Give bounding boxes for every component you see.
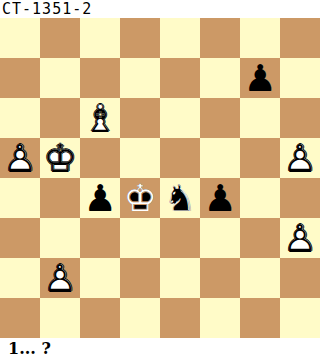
square-d3[interactable] (120, 218, 160, 258)
white-pawn-fill: ♟ (0, 138, 40, 178)
black-knight-outline: ♘ (160, 178, 200, 218)
black-pawn-icon: ♟ (240, 58, 280, 98)
square-e8[interactable] (160, 18, 200, 58)
square-e7[interactable] (160, 58, 200, 98)
square-c2[interactable] (80, 258, 120, 298)
square-b6[interactable] (40, 98, 80, 138)
square-h8[interactable] (280, 18, 320, 58)
white-king-outline: ♔ (40, 138, 80, 178)
black-pawn-fill: ♟ (200, 178, 240, 218)
black-pawn-fill: ♟ (80, 178, 120, 218)
square-f7[interactable] (200, 58, 240, 98)
square-h1[interactable] (280, 298, 320, 338)
chess-board: ♟♝♗♟♙♚♔♟♙♟♚♔♞♘♟♟♙♟♙ (0, 18, 320, 338)
square-e5[interactable] (160, 138, 200, 178)
black-knight-fill: ♞ (160, 178, 200, 218)
square-c1[interactable] (80, 298, 120, 338)
square-g3[interactable] (240, 218, 280, 258)
square-f4[interactable]: ♟ (200, 178, 240, 218)
square-h6[interactable] (280, 98, 320, 138)
square-e1[interactable] (160, 298, 200, 338)
square-g4[interactable] (240, 178, 280, 218)
white-pawn-fill: ♟ (40, 258, 80, 298)
square-d5[interactable] (120, 138, 160, 178)
square-c3[interactable] (80, 218, 120, 258)
square-e4[interactable]: ♞♘ (160, 178, 200, 218)
square-g5[interactable] (240, 138, 280, 178)
white-bishop-outline: ♗ (80, 98, 120, 138)
white-pawn-icon: ♟♙ (280, 218, 320, 258)
square-h2[interactable] (280, 258, 320, 298)
square-a8[interactable] (0, 18, 40, 58)
square-c4[interactable]: ♟ (80, 178, 120, 218)
square-b2[interactable]: ♟♙ (40, 258, 80, 298)
square-b3[interactable] (40, 218, 80, 258)
square-f8[interactable] (200, 18, 240, 58)
black-king-fill: ♚ (120, 178, 160, 218)
white-pawn-fill: ♟ (280, 218, 320, 258)
square-f5[interactable] (200, 138, 240, 178)
black-pawn-fill: ♟ (240, 58, 280, 98)
square-f1[interactable] (200, 298, 240, 338)
white-king-icon: ♚♔ (40, 138, 80, 178)
square-e3[interactable] (160, 218, 200, 258)
square-b4[interactable] (40, 178, 80, 218)
black-pawn-icon: ♟ (200, 178, 240, 218)
square-a3[interactable] (0, 218, 40, 258)
black-knight-icon: ♞♘ (160, 178, 200, 218)
black-king-outline: ♔ (120, 178, 160, 218)
white-pawn-outline: ♙ (280, 138, 320, 178)
square-g1[interactable] (240, 298, 280, 338)
move-prompt: 1... ? (0, 338, 320, 360)
white-pawn-icon: ♟♙ (0, 138, 40, 178)
square-d4[interactable]: ♚♔ (120, 178, 160, 218)
square-c8[interactable] (80, 18, 120, 58)
square-h7[interactable] (280, 58, 320, 98)
white-pawn-fill: ♟ (280, 138, 320, 178)
square-d1[interactable] (120, 298, 160, 338)
square-d2[interactable] (120, 258, 160, 298)
square-h4[interactable] (280, 178, 320, 218)
square-d7[interactable] (120, 58, 160, 98)
square-g6[interactable] (240, 98, 280, 138)
square-a7[interactable] (0, 58, 40, 98)
white-pawn-outline: ♙ (280, 218, 320, 258)
square-e6[interactable] (160, 98, 200, 138)
square-a2[interactable] (0, 258, 40, 298)
white-bishop-fill: ♝ (80, 98, 120, 138)
white-king-fill: ♚ (40, 138, 80, 178)
square-a4[interactable] (0, 178, 40, 218)
square-c7[interactable] (80, 58, 120, 98)
black-pawn-icon: ♟ (80, 178, 120, 218)
diagram-title: CT-1351-2 (0, 0, 320, 18)
square-e2[interactable] (160, 258, 200, 298)
square-b5[interactable]: ♚♔ (40, 138, 80, 178)
white-pawn-outline: ♙ (40, 258, 80, 298)
square-d8[interactable] (120, 18, 160, 58)
square-a5[interactable]: ♟♙ (0, 138, 40, 178)
square-g7[interactable]: ♟ (240, 58, 280, 98)
square-f2[interactable] (200, 258, 240, 298)
square-a1[interactable] (0, 298, 40, 338)
white-pawn-icon: ♟♙ (40, 258, 80, 298)
square-b8[interactable] (40, 18, 80, 58)
square-f3[interactable] (200, 218, 240, 258)
square-c5[interactable] (80, 138, 120, 178)
white-bishop-icon: ♝♗ (80, 98, 120, 138)
square-g2[interactable] (240, 258, 280, 298)
square-h3[interactable]: ♟♙ (280, 218, 320, 258)
square-h5[interactable]: ♟♙ (280, 138, 320, 178)
white-pawn-icon: ♟♙ (280, 138, 320, 178)
square-a6[interactable] (0, 98, 40, 138)
square-b7[interactable] (40, 58, 80, 98)
black-king-icon: ♚♔ (120, 178, 160, 218)
white-pawn-outline: ♙ (0, 138, 40, 178)
square-f6[interactable] (200, 98, 240, 138)
square-b1[interactable] (40, 298, 80, 338)
square-c6[interactable]: ♝♗ (80, 98, 120, 138)
square-g8[interactable] (240, 18, 280, 58)
square-d6[interactable] (120, 98, 160, 138)
